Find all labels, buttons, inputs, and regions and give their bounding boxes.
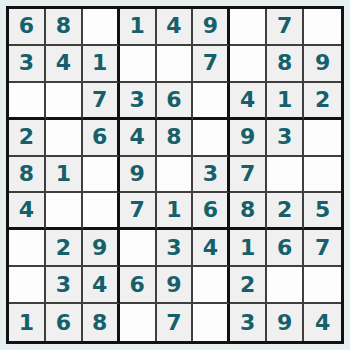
cell-digit: 2	[19, 126, 34, 148]
cell-r8c3[interactable]: 4	[83, 267, 120, 304]
cell-r9c1[interactable]: 1	[9, 304, 46, 341]
cell-digit: 4	[19, 199, 34, 221]
cell-digit: 3	[277, 126, 292, 148]
cell-digit: 4	[56, 52, 71, 74]
cell-r8c2[interactable]: 3	[46, 267, 83, 304]
cell-r4c2[interactable]	[46, 120, 83, 157]
cell-r6c2[interactable]	[46, 193, 83, 230]
cell-digit: 6	[203, 199, 218, 221]
cell-r2c2[interactable]: 4	[46, 46, 83, 83]
cell-r6c4[interactable]: 7	[120, 193, 157, 230]
cell-r7c9[interactable]: 7	[304, 230, 341, 267]
cell-r6c8[interactable]: 2	[267, 193, 304, 230]
cell-r3c5[interactable]: 6	[157, 83, 194, 120]
cell-r5c9[interactable]	[304, 157, 341, 194]
cell-digit: 9	[240, 126, 255, 148]
cell-digit: 3	[166, 237, 181, 259]
cell-digit: 1	[92, 52, 107, 74]
cell-digit: 3	[56, 274, 71, 296]
cell-digit: 7	[315, 237, 330, 259]
cell-digit: 1	[56, 163, 71, 185]
cell-digit: 6	[19, 15, 34, 37]
cell-digit: 9	[166, 274, 181, 296]
cell-r5c3[interactable]	[83, 157, 120, 194]
cell-digit: 7	[203, 52, 218, 74]
cell-r9c6[interactable]	[193, 304, 230, 341]
cell-r4c1[interactable]: 2	[9, 120, 46, 157]
cell-r5c1[interactable]: 8	[9, 157, 46, 194]
cell-digit: 6	[277, 237, 292, 259]
cell-digit: 2	[56, 237, 71, 259]
cell-digit: 3	[129, 89, 144, 111]
cell-r6c6[interactable]: 6	[193, 193, 230, 230]
cell-digit: 4	[92, 274, 107, 296]
cell-r7c7[interactable]: 1	[230, 230, 267, 267]
cell-r7c2[interactable]: 2	[46, 230, 83, 267]
cell-r5c6[interactable]: 3	[193, 157, 230, 194]
cell-r8c6[interactable]	[193, 267, 230, 304]
cell-r9c4[interactable]	[120, 304, 157, 341]
cell-digit: 9	[129, 163, 144, 185]
cell-r4c9[interactable]	[304, 120, 341, 157]
cell-r1c4[interactable]: 1	[120, 9, 157, 46]
cell-digit: 8	[92, 312, 107, 334]
cell-r2c3[interactable]: 1	[83, 46, 120, 83]
cell-r1c1[interactable]: 6	[9, 9, 46, 46]
cell-digit: 3	[19, 52, 34, 74]
cell-r5c5[interactable]	[157, 157, 194, 194]
cell-digit: 4	[166, 15, 181, 37]
cell-digit: 8	[240, 199, 255, 221]
cell-r7c1[interactable]	[9, 230, 46, 267]
cell-digit: 9	[277, 312, 292, 334]
cell-r3c9[interactable]: 2	[304, 83, 341, 120]
cell-r6c3[interactable]	[83, 193, 120, 230]
cell-r8c7[interactable]: 2	[230, 267, 267, 304]
cell-r4c7[interactable]: 9	[230, 120, 267, 157]
cell-r8c1[interactable]	[9, 267, 46, 304]
cell-r2c1[interactable]: 3	[9, 46, 46, 83]
cell-digit: 5	[315, 199, 330, 221]
cell-digit: 7	[166, 312, 181, 334]
cell-r6c1[interactable]: 4	[9, 193, 46, 230]
cell-r6c5[interactable]: 1	[157, 193, 194, 230]
cell-r4c3[interactable]: 6	[83, 120, 120, 157]
cell-digit: 9	[92, 237, 107, 259]
cell-r7c4[interactable]	[120, 230, 157, 267]
cell-digit: 7	[240, 163, 255, 185]
cell-r4c5[interactable]: 8	[157, 120, 194, 157]
cell-digit: 8	[19, 163, 34, 185]
cell-digit: 2	[277, 199, 292, 221]
cell-digit: 1	[19, 312, 34, 334]
cell-r7c3[interactable]: 9	[83, 230, 120, 267]
cell-digit: 8	[277, 52, 292, 74]
cell-digit: 8	[166, 126, 181, 148]
cell-digit: 1	[129, 15, 144, 37]
cell-r8c4[interactable]: 6	[120, 267, 157, 304]
cell-r5c7[interactable]: 7	[230, 157, 267, 194]
cell-r2c8[interactable]: 8	[267, 46, 304, 83]
cell-r1c8[interactable]: 7	[267, 9, 304, 46]
cell-r9c9[interactable]: 4	[304, 304, 341, 341]
cell-digit: 6	[56, 312, 71, 334]
cell-r1c3[interactable]	[83, 9, 120, 46]
sudoku-board: 6814973417897364122648938193747168252934…	[6, 6, 344, 344]
cell-r3c8[interactable]: 1	[267, 83, 304, 120]
cell-r4c8[interactable]: 3	[267, 120, 304, 157]
cell-r2c7[interactable]	[230, 46, 267, 83]
cell-r9c7[interactable]: 3	[230, 304, 267, 341]
cell-r4c4[interactable]: 4	[120, 120, 157, 157]
cell-r1c6[interactable]: 9	[193, 9, 230, 46]
cell-digit: 4	[240, 89, 255, 111]
cell-r8c9[interactable]	[304, 267, 341, 304]
cell-r5c4[interactable]: 9	[120, 157, 157, 194]
cell-r4c6[interactable]	[193, 120, 230, 157]
cell-digit: 4	[129, 126, 144, 148]
cell-digit: 7	[277, 15, 292, 37]
cell-digit: 8	[56, 15, 71, 37]
cell-digit: 2	[240, 274, 255, 296]
cell-r8c5[interactable]: 9	[157, 267, 194, 304]
cell-r2c4[interactable]	[120, 46, 157, 83]
cell-digit: 3	[240, 312, 255, 334]
cell-digit: 1	[240, 237, 255, 259]
cell-digit: 9	[203, 15, 218, 37]
cell-digit: 7	[129, 199, 144, 221]
cell-r3c1[interactable]	[9, 83, 46, 120]
cell-r7c8[interactable]: 6	[267, 230, 304, 267]
cell-digit: 1	[166, 199, 181, 221]
cell-r1c9[interactable]	[304, 9, 341, 46]
cell-r1c2[interactable]: 8	[46, 9, 83, 46]
cell-r3c2[interactable]	[46, 83, 83, 120]
cell-r9c2[interactable]: 6	[46, 304, 83, 341]
cell-r7c6[interactable]: 4	[193, 230, 230, 267]
cell-digit: 6	[129, 274, 144, 296]
cell-digit: 6	[166, 89, 181, 111]
page-background: 6814973417897364122648938193747168252934…	[0, 0, 350, 350]
cell-digit: 3	[203, 163, 218, 185]
cell-r2c9[interactable]: 9	[304, 46, 341, 83]
cell-r9c3[interactable]: 8	[83, 304, 120, 341]
cell-r8c8[interactable]	[267, 267, 304, 304]
cell-r5c2[interactable]: 1	[46, 157, 83, 194]
cell-r6c7[interactable]: 8	[230, 193, 267, 230]
cell-digit: 2	[315, 89, 330, 111]
cell-r9c8[interactable]: 9	[267, 304, 304, 341]
cell-digit: 9	[315, 52, 330, 74]
cell-r2c5[interactable]	[157, 46, 194, 83]
cell-r3c6[interactable]	[193, 83, 230, 120]
cell-r9c5[interactable]: 7	[157, 304, 194, 341]
cell-r7c5[interactable]: 3	[157, 230, 194, 267]
cell-r3c4[interactable]: 3	[120, 83, 157, 120]
cell-r1c5[interactable]: 4	[157, 9, 194, 46]
cell-r1c7[interactable]	[230, 9, 267, 46]
cell-digit: 4	[203, 237, 218, 259]
cell-digit: 7	[92, 89, 107, 111]
cell-r2c6[interactable]: 7	[193, 46, 230, 83]
cell-r3c3[interactable]: 7	[83, 83, 120, 120]
cell-digit: 4	[315, 312, 330, 334]
cell-r6c9[interactable]: 5	[304, 193, 341, 230]
cell-digit: 6	[92, 126, 107, 148]
cell-digit: 1	[277, 89, 292, 111]
cell-r3c7[interactable]: 4	[230, 83, 267, 120]
cell-r5c8[interactable]	[267, 157, 304, 194]
